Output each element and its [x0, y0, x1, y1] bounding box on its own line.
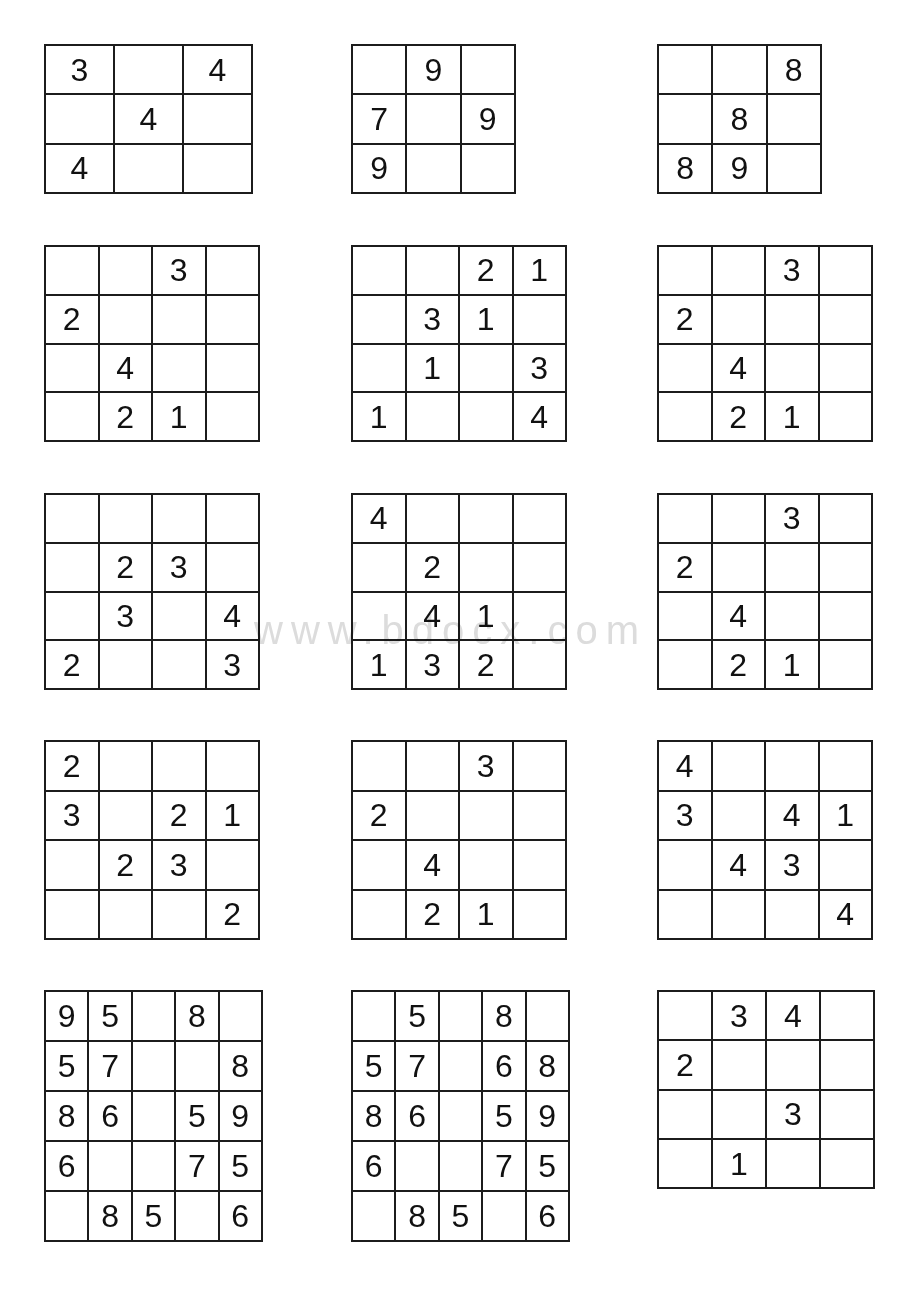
grid-cell — [46, 544, 98, 591]
grid-cell: 1 — [820, 792, 872, 840]
grid-cell: 4 — [713, 841, 765, 889]
grid-cell — [184, 145, 251, 192]
cell-digit: 3 — [730, 1000, 748, 1032]
cell-digit: 4 — [784, 1000, 802, 1032]
sudoku-grid-7: 233423 — [44, 493, 260, 690]
grid-cell: 5 — [527, 1142, 568, 1190]
grid-cell — [220, 992, 261, 1040]
cell-digit: 1 — [783, 649, 801, 681]
grid-cell — [153, 742, 205, 790]
cell-digit: 2 — [116, 401, 134, 433]
grid-cell: 1 — [460, 296, 512, 343]
cell-digit: 8 — [785, 54, 803, 86]
grid-cell: 3 — [713, 992, 765, 1039]
grid-cell — [353, 891, 405, 939]
grid-cell — [659, 393, 711, 440]
sudoku-grid-15: 34231 — [657, 990, 875, 1189]
grid-cell — [353, 296, 405, 343]
grid-cell: 1 — [353, 393, 405, 440]
sudoku-grid-14: 5857688659675856 — [351, 990, 570, 1242]
grid-cell: 2 — [659, 1041, 711, 1088]
grid-cell — [713, 495, 765, 542]
grid-cell — [713, 296, 765, 343]
grid-cell — [46, 593, 98, 640]
cell-digit: 2 — [116, 551, 134, 583]
grid-cell: 9 — [527, 1092, 568, 1140]
cell-digit: 4 — [530, 401, 548, 433]
grid-cell — [659, 495, 711, 542]
cell-digit: 8 — [731, 103, 749, 135]
grid-cell: 9 — [462, 95, 514, 142]
grid-cell: 1 — [713, 1140, 765, 1187]
cell-digit: 8 — [365, 1100, 383, 1132]
grid-cell — [115, 46, 182, 93]
grid-cell — [514, 593, 566, 640]
cell-digit: 4 — [116, 352, 134, 384]
cell-digit: 4 — [370, 502, 388, 534]
sudoku-grid-8: 4241132 — [351, 493, 567, 690]
grid-cell — [440, 1092, 481, 1140]
grid-cell: 2 — [153, 792, 205, 840]
grid-cell: 3 — [407, 641, 459, 688]
grid-cell — [514, 641, 566, 688]
grid-cell: 7 — [176, 1142, 217, 1190]
grid-cell — [207, 247, 259, 294]
grid-cell: 9 — [46, 992, 87, 1040]
grid-cell: 1 — [766, 641, 818, 688]
cell-digit: 3 — [170, 551, 188, 583]
grid-cell: 5 — [133, 1192, 174, 1240]
cell-digit: 8 — [231, 1050, 249, 1082]
grid-cell: 6 — [89, 1092, 130, 1140]
grid-cell — [713, 792, 765, 840]
grid-cell — [153, 891, 205, 939]
grid-cell: 8 — [659, 145, 711, 192]
sudoku-grid-5: 21311314 — [351, 245, 567, 442]
cell-digit: 4 — [423, 600, 441, 632]
grid-cell: 2 — [100, 544, 152, 591]
grid-cell: 1 — [153, 393, 205, 440]
cell-digit: 3 — [784, 1098, 802, 1130]
sudoku-grid-1: 3444 — [44, 44, 253, 194]
cell-digit: 1 — [370, 649, 388, 681]
grid-cell — [353, 593, 405, 640]
grid-cell: 3 — [100, 593, 152, 640]
cell-digit: 4 — [140, 103, 158, 135]
grid-cell — [514, 544, 566, 591]
grid-cell: 5 — [89, 992, 130, 1040]
grid-cell — [460, 544, 512, 591]
cell-digit: 1 — [477, 303, 495, 335]
cell-digit: 1 — [836, 799, 854, 831]
grid-cell: 3 — [153, 841, 205, 889]
cell-digit: 3 — [423, 649, 441, 681]
grid-cell — [153, 495, 205, 542]
grid-cell — [207, 393, 259, 440]
cell-digit: 1 — [170, 401, 188, 433]
grid-cell: 8 — [353, 1092, 394, 1140]
grid-cell: 8 — [483, 992, 524, 1040]
grid-cell — [46, 891, 98, 939]
cell-digit: 7 — [370, 103, 388, 135]
grid-cell: 3 — [46, 46, 113, 93]
grid-cell: 5 — [176, 1092, 217, 1140]
grid-cell: 3 — [153, 544, 205, 591]
grid-cell — [46, 1192, 87, 1240]
grid-cell: 6 — [527, 1192, 568, 1240]
grid-cell: 3 — [514, 345, 566, 392]
grid-cell: 8 — [768, 46, 820, 93]
grid-cell — [820, 393, 872, 440]
grid-cell — [768, 145, 820, 192]
grid-cell — [766, 345, 818, 392]
grid-cell: 7 — [483, 1142, 524, 1190]
sudoku-grid-3: 8889 — [657, 44, 822, 194]
cell-digit: 1 — [477, 898, 495, 930]
cell-digit: 3 — [676, 799, 694, 831]
grid-cell: 5 — [220, 1142, 261, 1190]
sudoku-grid-13: 9585788659675856 — [44, 990, 263, 1242]
grid-cell — [407, 495, 459, 542]
cell-digit: 9 — [425, 54, 443, 86]
grid-cell: 2 — [713, 393, 765, 440]
grid-cell — [133, 1142, 174, 1190]
grid-cell: 7 — [89, 1042, 130, 1090]
grid-cell: 4 — [115, 95, 182, 142]
sudoku-grid-2: 9799 — [351, 44, 516, 194]
grid-cell: 8 — [176, 992, 217, 1040]
grid-cell: 4 — [713, 593, 765, 640]
cell-digit: 6 — [538, 1200, 556, 1232]
grid-cell: 8 — [46, 1092, 87, 1140]
grid-cell: 2 — [100, 393, 152, 440]
grid-cell: 8 — [89, 1192, 130, 1240]
grid-cell — [353, 247, 405, 294]
cell-digit: 3 — [170, 254, 188, 286]
grid-cell — [353, 345, 405, 392]
grid-cell: 2 — [46, 296, 98, 343]
sudoku-grid-4: 32421 — [44, 245, 260, 442]
cell-digit: 2 — [370, 799, 388, 831]
grid-cell — [767, 1140, 819, 1187]
grid-cell — [820, 593, 872, 640]
grid-cell: 2 — [460, 247, 512, 294]
cell-digit: 1 — [223, 799, 241, 831]
grid-cell: 4 — [407, 841, 459, 889]
grid-cell — [527, 992, 568, 1040]
cell-digit: 2 — [729, 401, 747, 433]
cell-digit: 4 — [729, 352, 747, 384]
cell-digit: 2 — [423, 898, 441, 930]
grid-cell: 3 — [766, 495, 818, 542]
grid-cell — [460, 345, 512, 392]
cell-digit: 5 — [101, 1000, 119, 1032]
grid-cell — [100, 495, 152, 542]
cell-digit: 8 — [676, 152, 694, 184]
cell-digit: 3 — [783, 254, 801, 286]
grid-cell — [659, 1140, 711, 1187]
cell-digit: 5 — [452, 1200, 470, 1232]
cell-digit: 7 — [101, 1050, 119, 1082]
sudoku-grid-12: 4341434 — [657, 740, 873, 940]
grid-cell: 2 — [460, 641, 512, 688]
grid-cell: 4 — [46, 145, 113, 192]
grid-cell — [407, 95, 459, 142]
sudoku-grid-9: 32421 — [657, 493, 873, 690]
cell-digit: 2 — [729, 649, 747, 681]
grid-cell — [396, 1142, 437, 1190]
grid-cell — [514, 296, 566, 343]
cell-digit: 4 — [223, 600, 241, 632]
cell-digit: 3 — [783, 849, 801, 881]
cell-digit: 9 — [370, 152, 388, 184]
sudoku-grid-6: 32421 — [657, 245, 873, 442]
grid-cell: 1 — [407, 345, 459, 392]
grid-cell — [153, 296, 205, 343]
cell-digit: 1 — [477, 600, 495, 632]
grid-cell — [46, 393, 98, 440]
grid-cell — [821, 1140, 873, 1187]
grid-cell: 3 — [46, 792, 98, 840]
grid-cell: 5 — [440, 1192, 481, 1240]
grid-cell: 2 — [659, 296, 711, 343]
grid-cell: 1 — [460, 891, 512, 939]
cell-digit: 5 — [231, 1150, 249, 1182]
cell-digit: 5 — [538, 1150, 556, 1182]
grid-cell — [659, 95, 711, 142]
grid-cell — [821, 1091, 873, 1138]
grid-cell — [768, 95, 820, 142]
grid-cell — [46, 495, 98, 542]
grid-cell: 3 — [207, 641, 259, 688]
cell-digit: 5 — [58, 1050, 76, 1082]
grid-cell — [207, 742, 259, 790]
grid-cell — [353, 742, 405, 790]
cell-digit: 9 — [538, 1100, 556, 1132]
grid-cell: 1 — [460, 593, 512, 640]
grid-cell — [713, 247, 765, 294]
grid-cell: 9 — [407, 46, 459, 93]
grid-cell — [133, 1042, 174, 1090]
cell-digit: 9 — [58, 1000, 76, 1032]
grid-cell — [46, 247, 98, 294]
cell-digit: 4 — [729, 849, 747, 881]
grid-cell — [46, 841, 98, 889]
cell-digit: 4 — [423, 849, 441, 881]
grid-cell — [713, 544, 765, 591]
grid-cell: 2 — [407, 891, 459, 939]
cell-digit: 7 — [495, 1150, 513, 1182]
grid-cell — [713, 1091, 765, 1138]
grid-cell — [514, 891, 566, 939]
grid-cell — [659, 841, 711, 889]
grid-cell: 2 — [407, 544, 459, 591]
grid-cell — [820, 544, 872, 591]
grid-cell: 4 — [820, 891, 872, 939]
cell-digit: 6 — [365, 1150, 383, 1182]
grid-cell — [767, 1041, 819, 1088]
grid-cell: 3 — [659, 792, 711, 840]
grid-cell: 7 — [353, 95, 405, 142]
cell-digit: 1 — [783, 401, 801, 433]
grid-cell — [713, 742, 765, 790]
cell-digit: 3 — [170, 849, 188, 881]
grid-cell — [820, 296, 872, 343]
grid-cell: 6 — [220, 1192, 261, 1240]
cell-digit: 4 — [729, 600, 747, 632]
cell-digit: 5 — [408, 1000, 426, 1032]
cell-digit: 8 — [101, 1200, 119, 1232]
grid-cell — [353, 46, 405, 93]
grid-cell — [821, 992, 873, 1039]
grid-cell — [176, 1042, 217, 1090]
grid-cell — [659, 593, 711, 640]
grid-cell — [100, 792, 152, 840]
grid-cell: 5 — [483, 1092, 524, 1140]
cell-digit: 4 — [71, 152, 89, 184]
cell-digit: 2 — [477, 649, 495, 681]
grid-cell — [100, 296, 152, 343]
grid-cell — [659, 247, 711, 294]
cell-digit: 2 — [676, 303, 694, 335]
grid-cell — [353, 841, 405, 889]
sudoku-grid-11: 32421 — [351, 740, 567, 940]
grid-cell — [115, 145, 182, 192]
cell-digit: 2 — [423, 551, 441, 583]
grid-cell — [462, 46, 514, 93]
grid-cell: 2 — [713, 641, 765, 688]
grid-cell — [460, 495, 512, 542]
cell-digit: 8 — [538, 1050, 556, 1082]
grid-cell — [462, 145, 514, 192]
cell-digit: 8 — [58, 1100, 76, 1132]
grid-cell — [184, 95, 251, 142]
cell-digit: 2 — [63, 750, 81, 782]
grid-cell — [820, 247, 872, 294]
grid-cell: 1 — [766, 393, 818, 440]
cell-digit: 1 — [370, 401, 388, 433]
grid-cell — [207, 495, 259, 542]
cell-digit: 5 — [495, 1100, 513, 1132]
grid-cell — [133, 1092, 174, 1140]
cell-digit: 3 — [223, 649, 241, 681]
grid-cell: 2 — [46, 742, 98, 790]
grid-cell: 6 — [46, 1142, 87, 1190]
grid-cell: 4 — [353, 495, 405, 542]
grid-cell: 4 — [184, 46, 251, 93]
cell-digit: 2 — [170, 799, 188, 831]
grid-cell: 5 — [396, 992, 437, 1040]
grid-cell — [207, 345, 259, 392]
grid-cell: 7 — [396, 1042, 437, 1090]
cell-digit: 7 — [188, 1150, 206, 1182]
grid-cell: 4 — [407, 593, 459, 640]
cell-digit: 8 — [408, 1200, 426, 1232]
grid-cell: 3 — [766, 247, 818, 294]
grid-cell: 6 — [483, 1042, 524, 1090]
grid-cell — [659, 1091, 711, 1138]
grid-cell: 2 — [659, 544, 711, 591]
cell-digit: 3 — [423, 303, 441, 335]
cell-digit: 7 — [408, 1050, 426, 1082]
grid-cell — [659, 46, 711, 93]
grid-cell — [514, 742, 566, 790]
grid-cell: 1 — [514, 247, 566, 294]
grid-cell — [407, 792, 459, 840]
grid-cell: 2 — [100, 841, 152, 889]
grid-cell — [176, 1192, 217, 1240]
grid-cell: 4 — [514, 393, 566, 440]
grid-cell — [89, 1142, 130, 1190]
grid-cell — [820, 742, 872, 790]
cell-digit: 9 — [731, 152, 749, 184]
cell-digit: 3 — [63, 799, 81, 831]
grid-cell: 5 — [353, 1042, 394, 1090]
grid-cell — [766, 544, 818, 591]
grid-cell — [820, 345, 872, 392]
grid-cell: 1 — [207, 792, 259, 840]
grid-cell: 9 — [353, 145, 405, 192]
grid-cell: 6 — [396, 1092, 437, 1140]
cell-digit: 2 — [63, 303, 81, 335]
cell-digit: 5 — [365, 1050, 383, 1082]
grid-cell — [659, 345, 711, 392]
grid-cell — [353, 992, 394, 1040]
cell-digit: 6 — [58, 1150, 76, 1182]
cell-digit: 8 — [495, 1000, 513, 1032]
cell-digit: 9 — [231, 1100, 249, 1132]
cell-digit: 2 — [676, 551, 694, 583]
cell-digit: 3 — [477, 750, 495, 782]
cell-digit: 6 — [408, 1100, 426, 1132]
cell-digit: 3 — [71, 54, 89, 86]
grid-cell — [207, 544, 259, 591]
grid-cell: 3 — [767, 1091, 819, 1138]
grid-cell — [659, 891, 711, 939]
cell-digit: 2 — [223, 898, 241, 930]
cell-digit: 2 — [63, 649, 81, 681]
cell-digit: 6 — [101, 1100, 119, 1132]
sudoku-grid-10: 2321232 — [44, 740, 260, 940]
grid-cell — [659, 992, 711, 1039]
cell-digit: 4 — [209, 54, 227, 86]
grid-cell: 3 — [153, 247, 205, 294]
grid-cell: 3 — [766, 841, 818, 889]
grid-cell — [100, 247, 152, 294]
grid-cell: 4 — [100, 345, 152, 392]
cell-digit: 3 — [116, 600, 134, 632]
grid-cell — [153, 641, 205, 688]
grid-cell — [46, 95, 113, 142]
cell-digit: 4 — [836, 898, 854, 930]
cell-digit: 1 — [730, 1148, 748, 1180]
cell-digit: 1 — [530, 254, 548, 286]
grid-cell — [766, 593, 818, 640]
grid-cell — [153, 593, 205, 640]
grid-cell: 8 — [527, 1042, 568, 1090]
grid-cell — [460, 792, 512, 840]
grid-cell — [207, 296, 259, 343]
grid-cell: 2 — [46, 641, 98, 688]
cell-digit: 2 — [116, 849, 134, 881]
grid-cell — [514, 841, 566, 889]
grid-cell — [100, 891, 152, 939]
grid-cell — [407, 247, 459, 294]
grid-cell: 4 — [659, 742, 711, 790]
grid-cell — [514, 495, 566, 542]
cell-digit: 4 — [783, 799, 801, 831]
grid-cell — [407, 145, 459, 192]
